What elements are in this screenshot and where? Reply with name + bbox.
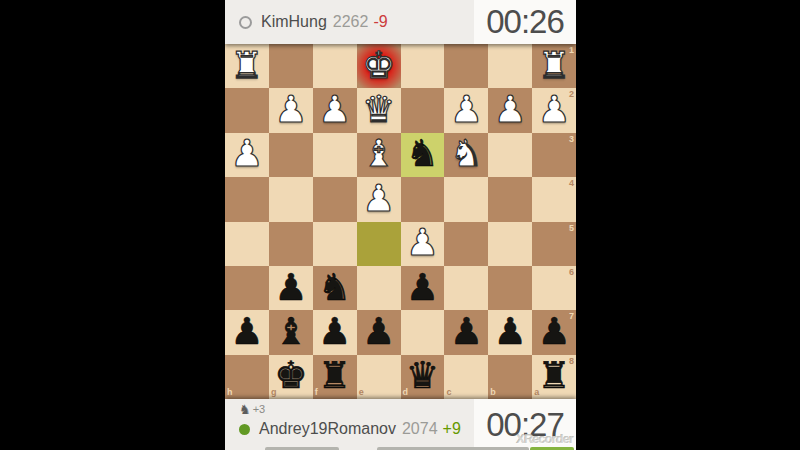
square-c5[interactable] <box>444 222 488 266</box>
square-e7[interactable]: ♟ <box>357 310 401 354</box>
square-e3[interactable]: ♝ <box>357 133 401 177</box>
black-pawn[interactable]: ♟ <box>537 313 570 350</box>
square-a8[interactable]: ♜a8 <box>532 355 576 399</box>
square-h4[interactable] <box>225 177 269 221</box>
black-pawn[interactable]: ♟ <box>274 269 307 306</box>
player-bar: ♞ +3 Andrey19Romanov 2074 +9 00:27 XReco… <box>225 399 576 450</box>
chess-board[interactable]: ♜♚♜1♟♟♛♟♟♟2♟♝♞♞3♟4♟5♟♞♟6♟♝♟♟♟♟♟7h♚g♜fe♛d… <box>225 44 576 399</box>
square-b6[interactable] <box>488 266 532 310</box>
square-b1[interactable] <box>488 44 532 88</box>
square-c1[interactable] <box>444 44 488 88</box>
square-e5[interactable] <box>357 222 401 266</box>
square-g3[interactable] <box>269 133 313 177</box>
opponent-clock: 00:26 <box>474 0 576 44</box>
player-clock: 00:27 XRecorder <box>474 399 576 450</box>
material-advantage: +3 <box>253 403 266 415</box>
coord-file-a: a <box>534 388 539 397</box>
square-f6[interactable]: ♞ <box>313 266 357 310</box>
square-g5[interactable] <box>269 222 313 266</box>
square-d1[interactable] <box>401 44 445 88</box>
square-c7[interactable]: ♟ <box>444 310 488 354</box>
square-f3[interactable] <box>313 133 357 177</box>
app-window: KimHung 2262 -9 00:26 ♜♚♜1♟♟♛♟♟♟2♟♝♞♞3♟4… <box>225 0 576 450</box>
coord-file-c: c <box>446 388 451 397</box>
square-a1[interactable]: ♜1 <box>532 44 576 88</box>
square-h3[interactable]: ♟ <box>225 133 269 177</box>
square-d3[interactable]: ♞ <box>401 133 445 177</box>
square-a3[interactable]: 3 <box>532 133 576 177</box>
coord-file-e: e <box>359 388 364 397</box>
square-f1[interactable] <box>313 44 357 88</box>
white-queen[interactable]: ♛ <box>362 91 395 128</box>
square-b4[interactable] <box>488 177 532 221</box>
white-pawn[interactable]: ♟ <box>450 91 483 128</box>
square-a6[interactable]: 6 <box>532 266 576 310</box>
square-d4[interactable] <box>401 177 445 221</box>
black-pawn[interactable]: ♟ <box>494 313 527 350</box>
square-g1[interactable] <box>269 44 313 88</box>
square-d5[interactable]: ♟ <box>401 222 445 266</box>
opponent-name[interactable]: KimHung <box>261 13 327 31</box>
white-pawn[interactable]: ♟ <box>230 135 263 172</box>
coord-rank-7: 7 <box>569 312 574 321</box>
black-pawn[interactable]: ♟ <box>406 269 439 306</box>
coord-rank-8: 8 <box>569 357 574 366</box>
white-pawn[interactable]: ♟ <box>537 91 570 128</box>
white-rook[interactable]: ♜ <box>537 47 570 84</box>
coord-rank-5: 5 <box>569 224 574 233</box>
player-rating: 2074 <box>402 420 438 438</box>
coord-file-f: f <box>315 388 318 397</box>
white-color-indicator-icon <box>239 16 252 29</box>
black-king[interactable]: ♚ <box>274 357 307 394</box>
square-c8[interactable]: c <box>444 355 488 399</box>
black-knight[interactable]: ♞ <box>318 269 351 306</box>
square-h6[interactable] <box>225 266 269 310</box>
square-e4[interactable]: ♟ <box>357 177 401 221</box>
square-d7[interactable] <box>401 310 445 354</box>
coord-rank-6: 6 <box>569 268 574 277</box>
square-h5[interactable] <box>225 222 269 266</box>
white-pawn[interactable]: ♟ <box>362 180 395 217</box>
square-e2[interactable]: ♛ <box>357 88 401 132</box>
square-g8[interactable]: ♚g <box>269 355 313 399</box>
square-e1[interactable]: ♚ <box>357 44 401 88</box>
square-c4[interactable] <box>444 177 488 221</box>
white-king[interactable]: ♚ <box>362 47 395 84</box>
black-pawn[interactable]: ♟ <box>362 313 395 350</box>
square-a7[interactable]: ♟7 <box>532 310 576 354</box>
coord-file-h: h <box>227 388 233 397</box>
square-b2[interactable]: ♟ <box>488 88 532 132</box>
black-bishop[interactable]: ♝ <box>274 313 307 350</box>
white-pawn[interactable]: ♟ <box>494 91 527 128</box>
black-rook[interactable]: ♜ <box>537 357 570 394</box>
coord-file-g: g <box>271 388 277 397</box>
black-rook[interactable]: ♜ <box>318 357 351 394</box>
black-pawn[interactable]: ♟ <box>230 313 263 350</box>
square-g2[interactable]: ♟ <box>269 88 313 132</box>
coord-rank-3: 3 <box>569 135 574 144</box>
square-c3[interactable]: ♞ <box>444 133 488 177</box>
opponent-bar: KimHung 2262 -9 00:26 <box>225 0 576 44</box>
square-h8[interactable]: h <box>225 355 269 399</box>
square-g4[interactable] <box>269 177 313 221</box>
square-e8[interactable]: e <box>357 355 401 399</box>
square-e6[interactable] <box>357 266 401 310</box>
square-a4[interactable]: 4 <box>532 177 576 221</box>
black-pawn[interactable]: ♟ <box>450 313 483 350</box>
white-pawn[interactable]: ♟ <box>274 91 307 128</box>
square-g6[interactable]: ♟ <box>269 266 313 310</box>
white-bishop[interactable]: ♝ <box>362 135 395 172</box>
white-knight[interactable]: ♞ <box>450 135 483 172</box>
square-h7[interactable]: ♟ <box>225 310 269 354</box>
opponent-rating: 2262 <box>333 13 369 31</box>
player-rating-change: +9 <box>443 420 461 438</box>
square-f2[interactable]: ♟ <box>313 88 357 132</box>
coord-rank-1: 1 <box>569 46 574 55</box>
square-b8[interactable]: b <box>488 355 532 399</box>
square-a2[interactable]: ♟2 <box>532 88 576 132</box>
square-f4[interactable] <box>313 177 357 221</box>
square-a5[interactable]: 5 <box>532 222 576 266</box>
screen: { "game": "chess", "app": { "watermark":… <box>0 0 800 450</box>
square-d2[interactable] <box>401 88 445 132</box>
black-pawn[interactable]: ♟ <box>318 313 351 350</box>
coord-rank-2: 2 <box>569 90 574 99</box>
white-rook[interactable]: ♜ <box>230 47 263 84</box>
square-f7[interactable]: ♟ <box>313 310 357 354</box>
online-indicator-icon <box>239 424 250 435</box>
square-b5[interactable] <box>488 222 532 266</box>
square-b7[interactable]: ♟ <box>488 310 532 354</box>
square-c2[interactable]: ♟ <box>444 88 488 132</box>
white-pawn[interactable]: ♟ <box>406 224 439 261</box>
opponent-rating-change: -9 <box>373 13 387 31</box>
square-d6[interactable]: ♟ <box>401 266 445 310</box>
square-f8[interactable]: ♜f <box>313 355 357 399</box>
coord-file-b: b <box>490 388 496 397</box>
white-pawn[interactable]: ♟ <box>318 91 351 128</box>
square-h1[interactable]: ♜ <box>225 44 269 88</box>
square-b3[interactable] <box>488 133 532 177</box>
square-c6[interactable] <box>444 266 488 310</box>
coord-rank-4: 4 <box>569 179 574 188</box>
xrecorder-watermark: XRecorder <box>516 431 573 446</box>
black-queen[interactable]: ♛ <box>406 357 439 394</box>
square-h2[interactable] <box>225 88 269 132</box>
coord-file-d: d <box>403 388 409 397</box>
square-d8[interactable]: ♛d <box>401 355 445 399</box>
captured-knight-icon: ♞ <box>239 403 251 416</box>
square-g7[interactable]: ♝ <box>269 310 313 354</box>
player-name[interactable]: Andrey19Romanov <box>259 420 396 438</box>
square-f5[interactable] <box>313 222 357 266</box>
black-knight[interactable]: ♞ <box>406 135 439 172</box>
